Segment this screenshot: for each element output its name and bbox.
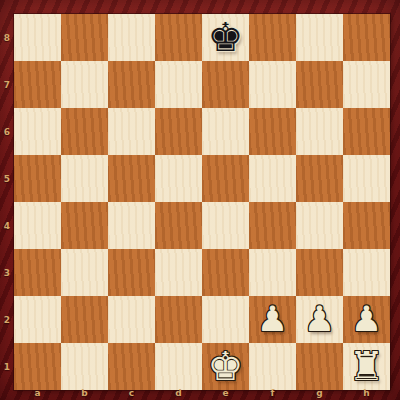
square-d8[interactable] <box>155 14 202 61</box>
white-pawn[interactable]: ♟ <box>343 296 390 343</box>
square-h5[interactable] <box>343 155 390 202</box>
square-d5[interactable] <box>155 155 202 202</box>
rank-label-5: 5 <box>0 155 14 202</box>
square-h2[interactable]: ♟ <box>343 296 390 343</box>
square-c3[interactable] <box>108 249 155 296</box>
rank-label-4: 4 <box>0 202 14 249</box>
square-f4[interactable] <box>249 202 296 249</box>
square-e6[interactable] <box>202 108 249 155</box>
square-e3[interactable] <box>202 249 249 296</box>
square-a8[interactable] <box>14 14 61 61</box>
square-a4[interactable] <box>14 202 61 249</box>
square-b5[interactable] <box>61 155 108 202</box>
square-a2[interactable] <box>14 296 61 343</box>
square-b3[interactable] <box>61 249 108 296</box>
square-g7[interactable] <box>296 61 343 108</box>
square-a5[interactable] <box>14 155 61 202</box>
square-h6[interactable] <box>343 108 390 155</box>
square-f6[interactable] <box>249 108 296 155</box>
square-c8[interactable] <box>108 14 155 61</box>
rank-label-3: 3 <box>0 249 14 296</box>
rank-label-6: 6 <box>0 108 14 155</box>
square-d1[interactable] <box>155 343 202 390</box>
rank-label-1: 1 <box>0 343 14 390</box>
square-h1[interactable]: ♜ <box>343 343 390 390</box>
square-f7[interactable] <box>249 61 296 108</box>
file-label-b: b <box>61 386 108 400</box>
white-rook[interactable]: ♜ <box>343 343 390 390</box>
square-f8[interactable] <box>249 14 296 61</box>
square-g1[interactable] <box>296 343 343 390</box>
square-b8[interactable] <box>61 14 108 61</box>
square-e7[interactable] <box>202 61 249 108</box>
white-pawn[interactable]: ♟ <box>296 296 343 343</box>
square-a7[interactable] <box>14 61 61 108</box>
square-c5[interactable] <box>108 155 155 202</box>
square-b2[interactable] <box>61 296 108 343</box>
square-b4[interactable] <box>61 202 108 249</box>
square-b1[interactable] <box>61 343 108 390</box>
square-c7[interactable] <box>108 61 155 108</box>
rank-label-7: 7 <box>0 61 14 108</box>
square-d6[interactable] <box>155 108 202 155</box>
square-h4[interactable] <box>343 202 390 249</box>
square-b7[interactable] <box>61 61 108 108</box>
square-d3[interactable] <box>155 249 202 296</box>
square-g2[interactable]: ♟ <box>296 296 343 343</box>
square-c4[interactable] <box>108 202 155 249</box>
square-e2[interactable] <box>202 296 249 343</box>
file-label-d: d <box>155 386 202 400</box>
chess-board: ♚♟♟♟♚♜ 87654321 abcdefgh <box>0 0 400 400</box>
square-e4[interactable] <box>202 202 249 249</box>
square-c2[interactable] <box>108 296 155 343</box>
square-f1[interactable] <box>249 343 296 390</box>
rank-labels: 87654321 <box>0 14 14 390</box>
file-label-a: a <box>14 386 61 400</box>
board-grid: ♚♟♟♟♚♜ <box>14 14 390 390</box>
square-g4[interactable] <box>296 202 343 249</box>
white-king[interactable]: ♚ <box>202 343 249 390</box>
rank-label-8: 8 <box>0 14 14 61</box>
black-king[interactable]: ♚ <box>202 14 249 61</box>
square-g6[interactable] <box>296 108 343 155</box>
white-pawn[interactable]: ♟ <box>249 296 296 343</box>
file-label-h: h <box>343 386 390 400</box>
file-label-c: c <box>108 386 155 400</box>
square-e5[interactable] <box>202 155 249 202</box>
square-a3[interactable] <box>14 249 61 296</box>
square-d7[interactable] <box>155 61 202 108</box>
square-g5[interactable] <box>296 155 343 202</box>
file-label-g: g <box>296 386 343 400</box>
square-g8[interactable] <box>296 14 343 61</box>
rank-label-2: 2 <box>0 296 14 343</box>
square-c6[interactable] <box>108 108 155 155</box>
square-d2[interactable] <box>155 296 202 343</box>
square-f3[interactable] <box>249 249 296 296</box>
square-a6[interactable] <box>14 108 61 155</box>
square-a1[interactable] <box>14 343 61 390</box>
file-label-e: e <box>202 386 249 400</box>
square-f2[interactable]: ♟ <box>249 296 296 343</box>
file-label-f: f <box>249 386 296 400</box>
square-g3[interactable] <box>296 249 343 296</box>
square-e8[interactable]: ♚ <box>202 14 249 61</box>
file-labels: abcdefgh <box>14 386 390 400</box>
square-f5[interactable] <box>249 155 296 202</box>
square-d4[interactable] <box>155 202 202 249</box>
square-h8[interactable] <box>343 14 390 61</box>
square-c1[interactable] <box>108 343 155 390</box>
square-b6[interactable] <box>61 108 108 155</box>
square-h7[interactable] <box>343 61 390 108</box>
square-h3[interactable] <box>343 249 390 296</box>
square-e1[interactable]: ♚ <box>202 343 249 390</box>
